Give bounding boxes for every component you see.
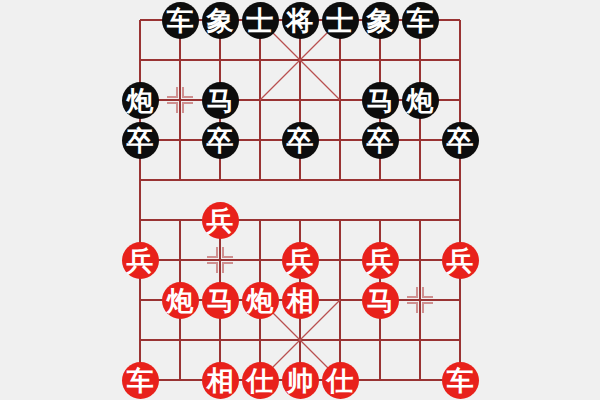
last-move-marker: [407, 287, 433, 313]
piece-red-elephant-2[interactable]: 相: [202, 362, 239, 399]
piece-red-rook-2[interactable]: 车: [442, 362, 479, 399]
piece-red-elephant-1[interactable]: 相: [282, 282, 319, 319]
marker-corner: [167, 87, 178, 98]
piece-black-rook-2[interactable]: 车: [402, 2, 439, 39]
piece-black-soldier-5[interactable]: 卒: [442, 122, 479, 159]
piece-black-soldier-1[interactable]: 卒: [122, 122, 159, 159]
piece-black-elephant-2[interactable]: 象: [362, 2, 399, 39]
piece-red-rook-1[interactable]: 车: [122, 362, 159, 399]
piece-red-soldier-5[interactable]: 兵: [442, 242, 479, 279]
piece-black-general[interactable]: 将: [282, 2, 319, 39]
xiangqi-board: 车象士将士象车炮马马炮卒卒卒卒卒兵兵兵兵兵炮马炮相马车相仕帅仕车: [0, 0, 600, 400]
marker-corner: [407, 287, 418, 298]
piece-black-soldier-4[interactable]: 卒: [362, 122, 399, 159]
marker-corner: [422, 302, 433, 313]
piece-black-advisor-1[interactable]: 士: [242, 2, 279, 39]
piece-red-horse-1[interactable]: 马: [202, 282, 239, 319]
piece-red-horse-2[interactable]: 马: [362, 282, 399, 319]
piece-black-elephant-1[interactable]: 象: [202, 2, 239, 39]
marker-corner: [222, 262, 233, 273]
marker-corner: [222, 247, 233, 258]
piece-red-advisor-2[interactable]: 仕: [322, 362, 359, 399]
piece-red-general[interactable]: 帅: [282, 362, 319, 399]
piece-red-soldier-1[interactable]: 兵: [122, 242, 159, 279]
piece-black-horse-2[interactable]: 马: [362, 82, 399, 119]
piece-black-horse-1[interactable]: 马: [202, 82, 239, 119]
last-move-marker: [207, 247, 233, 273]
marker-corner: [207, 262, 218, 273]
piece-black-cannon-2[interactable]: 炮: [402, 82, 439, 119]
piece-black-soldier-2[interactable]: 卒: [202, 122, 239, 159]
piece-red-advisor-1[interactable]: 仕: [242, 362, 279, 399]
piece-layer: 车象士将士象车炮马马炮卒卒卒卒卒兵兵兵兵兵炮马炮相马车相仕帅仕车: [120, 0, 480, 400]
marker-corner: [182, 87, 193, 98]
piece-black-advisor-2[interactable]: 士: [322, 2, 359, 39]
piece-red-soldier-3[interactable]: 兵: [282, 242, 319, 279]
piece-red-cannon-2[interactable]: 炮: [242, 282, 279, 319]
marker-corner: [407, 302, 418, 313]
last-move-marker: [167, 87, 193, 113]
marker-corner: [167, 102, 178, 113]
piece-red-soldier-4[interactable]: 兵: [362, 242, 399, 279]
marker-corner: [207, 247, 218, 258]
piece-black-soldier-3[interactable]: 卒: [282, 122, 319, 159]
piece-red-soldier-2[interactable]: 兵: [202, 202, 239, 239]
piece-red-cannon-1[interactable]: 炮: [162, 282, 199, 319]
piece-black-rook-1[interactable]: 车: [162, 2, 199, 39]
marker-corner: [422, 287, 433, 298]
marker-corner: [182, 102, 193, 113]
piece-black-cannon-1[interactable]: 炮: [122, 82, 159, 119]
